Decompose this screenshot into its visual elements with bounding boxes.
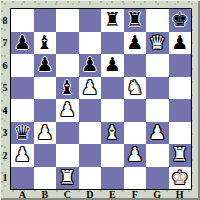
square-g6[interactable] bbox=[146, 54, 169, 77]
white-knight-f5: ♞ bbox=[126, 77, 143, 99]
square-h7[interactable]: ♟ bbox=[169, 32, 192, 55]
square-c3[interactable] bbox=[56, 122, 79, 145]
square-c4[interactable]: ♟ bbox=[56, 99, 79, 122]
square-f1[interactable] bbox=[124, 167, 147, 190]
white-pawn-d5: ♟ bbox=[81, 77, 98, 99]
file-label-d: D bbox=[79, 189, 102, 200]
white-pawn-c4: ♟ bbox=[59, 99, 76, 121]
black-pawn-h7: ♟ bbox=[171, 32, 188, 54]
file-labels: ABCDEFGH bbox=[11, 189, 191, 200]
square-e1[interactable] bbox=[101, 167, 124, 190]
file-label-f: F bbox=[124, 189, 147, 200]
square-a1[interactable] bbox=[11, 167, 34, 190]
square-d2[interactable] bbox=[79, 144, 102, 167]
rank-label-3: 3 bbox=[0, 122, 10, 145]
square-g3[interactable]: ♟ bbox=[146, 122, 169, 145]
square-g8[interactable] bbox=[146, 9, 169, 32]
square-a3[interactable]: ♛ bbox=[11, 122, 34, 145]
white-king-h1: ♚ bbox=[171, 167, 188, 189]
square-f2[interactable]: ♟ bbox=[124, 144, 147, 167]
white-rook-h2: ♜ bbox=[171, 144, 188, 166]
square-g1[interactable] bbox=[146, 167, 169, 190]
black-king-h8: ♚ bbox=[171, 9, 188, 31]
square-f3[interactable] bbox=[124, 122, 147, 145]
square-f6[interactable] bbox=[124, 54, 147, 77]
black-pawn-f7: ♟ bbox=[126, 32, 143, 54]
square-e6[interactable]: ♟ bbox=[101, 54, 124, 77]
square-e4[interactable] bbox=[101, 99, 124, 122]
square-a6[interactable] bbox=[11, 54, 34, 77]
square-b2[interactable] bbox=[34, 144, 57, 167]
square-g2[interactable] bbox=[146, 144, 169, 167]
white-pawn-g3: ♟ bbox=[149, 122, 166, 144]
square-a5[interactable] bbox=[11, 77, 34, 100]
square-a2[interactable]: ♟ bbox=[11, 144, 34, 167]
square-b7[interactable]: ♝ bbox=[34, 32, 57, 55]
square-d7[interactable] bbox=[79, 32, 102, 55]
white-pawn-a2: ♟ bbox=[14, 144, 31, 166]
file-label-a: A bbox=[11, 189, 34, 200]
square-d5[interactable]: ♟ bbox=[79, 77, 102, 100]
square-f5[interactable]: ♞ bbox=[124, 77, 147, 100]
white-rook-c1: ♜ bbox=[59, 167, 76, 189]
square-h3[interactable] bbox=[169, 122, 192, 145]
white-bishop-e3: ♝ bbox=[104, 122, 121, 144]
rank-labels: 87654321 bbox=[0, 9, 10, 189]
rank-label-1: 1 bbox=[0, 167, 10, 190]
square-c1[interactable]: ♜ bbox=[56, 167, 79, 190]
black-pawn-e6: ♟ bbox=[104, 54, 121, 76]
black-queen-a3: ♛ bbox=[14, 122, 31, 144]
square-a7[interactable]: ♟ bbox=[11, 32, 34, 55]
square-g4[interactable] bbox=[146, 99, 169, 122]
square-d1[interactable] bbox=[79, 167, 102, 190]
square-h1[interactable]: ♚ bbox=[169, 167, 192, 190]
black-pawn-d6: ♟ bbox=[81, 54, 98, 76]
square-e7[interactable] bbox=[101, 32, 124, 55]
square-d4[interactable] bbox=[79, 99, 102, 122]
square-f7[interactable]: ♟ bbox=[124, 32, 147, 55]
square-c6[interactable] bbox=[56, 54, 79, 77]
rank-label-7: 7 bbox=[0, 32, 10, 55]
rank-label-4: 4 bbox=[0, 99, 10, 122]
square-h8[interactable]: ♚ bbox=[169, 9, 192, 32]
square-e2[interactable] bbox=[101, 144, 124, 167]
black-pawn-a7: ♟ bbox=[14, 32, 31, 54]
square-h5[interactable] bbox=[169, 77, 192, 100]
file-label-g: G bbox=[146, 189, 169, 200]
rank-label-5: 5 bbox=[0, 77, 10, 100]
square-d6[interactable]: ♟ bbox=[79, 54, 102, 77]
black-bishop-c5: ♝ bbox=[59, 77, 76, 99]
white-queen-g7: ♛ bbox=[149, 32, 166, 54]
chessboard: ♜♜♚♟♝♟♛♟♟♟♟♝♟♞♟♛♟♝♟♟♟♜♜♚ bbox=[10, 8, 192, 190]
square-d3[interactable] bbox=[79, 122, 102, 145]
square-e5[interactable] bbox=[101, 77, 124, 100]
rank-label-6: 6 bbox=[0, 54, 10, 77]
rank-label-8: 8 bbox=[0, 9, 10, 32]
chessboard-frame: 87654321 ♜♜♚♟♝♟♛♟♟♟♟♝♟♞♟♛♟♝♟♟♟♜♜♚ ABCDEF… bbox=[0, 0, 200, 200]
square-f8[interactable]: ♜ bbox=[124, 9, 147, 32]
black-bishop-b7: ♝ bbox=[36, 32, 53, 54]
file-label-b: B bbox=[34, 189, 57, 200]
file-label-h: H bbox=[169, 189, 192, 200]
square-h4[interactable] bbox=[169, 99, 192, 122]
square-f4[interactable] bbox=[124, 99, 147, 122]
square-g7[interactable]: ♛ bbox=[146, 32, 169, 55]
square-b8[interactable] bbox=[34, 9, 57, 32]
square-c8[interactable] bbox=[56, 9, 79, 32]
black-rook-e8: ♜ bbox=[104, 9, 121, 31]
white-pawn-b3: ♟ bbox=[36, 122, 53, 144]
square-c2[interactable] bbox=[56, 144, 79, 167]
square-h2[interactable]: ♜ bbox=[169, 144, 192, 167]
file-label-c: C bbox=[56, 189, 79, 200]
square-h6[interactable] bbox=[169, 54, 192, 77]
rank-label-2: 2 bbox=[0, 144, 10, 167]
square-a4[interactable] bbox=[11, 99, 34, 122]
white-pawn-f2: ♟ bbox=[126, 144, 143, 166]
square-b1[interactable] bbox=[34, 167, 57, 190]
black-pawn-b6: ♟ bbox=[36, 54, 53, 76]
square-c7[interactable] bbox=[56, 32, 79, 55]
square-b3[interactable]: ♟ bbox=[34, 122, 57, 145]
square-b6[interactable]: ♟ bbox=[34, 54, 57, 77]
square-a8[interactable] bbox=[11, 9, 34, 32]
square-g5[interactable] bbox=[146, 77, 169, 100]
square-b5[interactable] bbox=[34, 77, 57, 100]
square-d8[interactable] bbox=[79, 9, 102, 32]
square-e3[interactable]: ♝ bbox=[101, 122, 124, 145]
black-rook-f8: ♜ bbox=[126, 9, 143, 31]
square-e8[interactable]: ♜ bbox=[101, 9, 124, 32]
file-label-e: E bbox=[101, 189, 124, 200]
square-b4[interactable] bbox=[34, 99, 57, 122]
square-c5[interactable]: ♝ bbox=[56, 77, 79, 100]
